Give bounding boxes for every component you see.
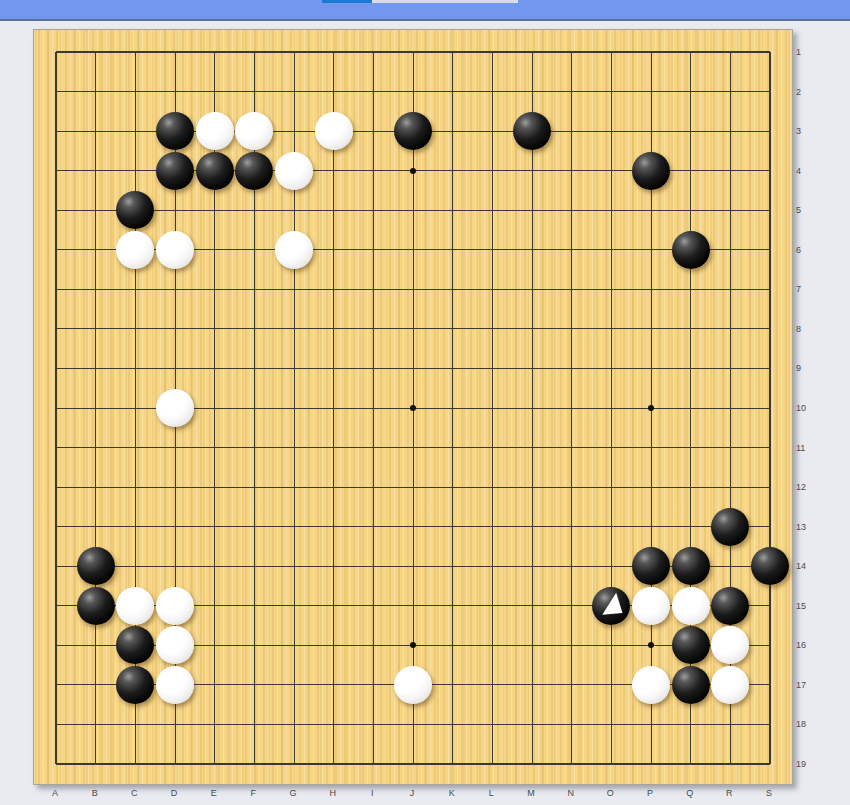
row-label-11: 11 <box>796 443 816 453</box>
stone-white-C6 <box>116 231 154 269</box>
stone-black-D4 <box>156 152 194 190</box>
stone-black-R13 <box>711 508 749 546</box>
grid-hline-18 <box>56 724 770 725</box>
stone-white-Q15 <box>672 587 710 625</box>
stone-black-R15 <box>711 587 749 625</box>
row-label-13: 13 <box>796 522 816 532</box>
col-label-P: P <box>640 788 660 798</box>
stone-white-R17 <box>711 666 749 704</box>
col-label-I: I <box>362 788 382 798</box>
row-label-4: 4 <box>796 166 816 176</box>
col-label-D: D <box>164 788 184 798</box>
stone-black-Q17 <box>672 666 710 704</box>
stone-white-D10 <box>156 389 194 427</box>
grid-hline-12 <box>56 487 770 488</box>
grid-hline-13 <box>56 526 770 527</box>
stone-white-G6 <box>275 231 313 269</box>
col-label-F: F <box>243 788 263 798</box>
stone-black-F4 <box>235 152 273 190</box>
stone-black-B14 <box>77 547 115 585</box>
stone-white-E3 <box>196 112 234 150</box>
row-label-5: 5 <box>796 205 816 215</box>
grid-hline-11 <box>56 447 770 448</box>
col-label-H: H <box>323 788 343 798</box>
col-label-M: M <box>521 788 541 798</box>
col-label-N: N <box>561 788 581 798</box>
grid-vline-L <box>492 52 493 764</box>
grid-vline-N <box>571 52 572 764</box>
stone-white-C15 <box>116 587 154 625</box>
stone-black-B15 <box>77 587 115 625</box>
col-label-Q: Q <box>680 788 700 798</box>
grid-hline-19 <box>56 763 770 765</box>
tab-strip[interactable] <box>372 0 518 3</box>
row-label-1: 1 <box>796 47 816 57</box>
grid-vline-S <box>769 52 771 764</box>
row-label-18: 18 <box>796 719 816 729</box>
row-label-10: 10 <box>796 403 816 413</box>
col-label-B: B <box>85 788 105 798</box>
stone-white-D17 <box>156 666 194 704</box>
row-label-12: 12 <box>796 482 816 492</box>
active-tab-indicator[interactable] <box>322 0 372 3</box>
row-label-15: 15 <box>796 601 816 611</box>
row-label-3: 3 <box>796 126 816 136</box>
row-label-6: 6 <box>796 245 816 255</box>
row-label-16: 16 <box>796 640 816 650</box>
grid-vline-K <box>452 52 453 764</box>
stone-white-J17 <box>394 666 432 704</box>
stone-black-C5 <box>116 191 154 229</box>
row-label-2: 2 <box>796 87 816 97</box>
star-point-J10 <box>410 405 416 411</box>
stone-white-H3 <box>315 112 353 150</box>
stone-black-Q16 <box>672 626 710 664</box>
star-point-P10 <box>648 405 654 411</box>
stone-black-Q14 <box>672 547 710 585</box>
col-label-G: G <box>283 788 303 798</box>
stone-black-P14 <box>632 547 670 585</box>
stone-black-C17 <box>116 666 154 704</box>
row-label-9: 9 <box>796 363 816 373</box>
stone-black-P4 <box>632 152 670 190</box>
col-label-C: C <box>124 788 144 798</box>
col-label-K: K <box>442 788 462 798</box>
grid-vline-O <box>611 52 612 764</box>
stone-black-M3 <box>513 112 551 150</box>
stone-white-D16 <box>156 626 194 664</box>
row-label-19: 19 <box>796 759 816 769</box>
col-label-A: A <box>45 788 65 798</box>
browser-top-bar <box>0 0 850 21</box>
stone-white-D15 <box>156 587 194 625</box>
col-label-S: S <box>759 788 779 798</box>
star-point-J4 <box>410 168 416 174</box>
col-label-O: O <box>600 788 620 798</box>
star-point-P16 <box>648 642 654 648</box>
stone-white-D6 <box>156 231 194 269</box>
stone-black-Q6 <box>672 231 710 269</box>
stone-black-S14 <box>751 547 789 585</box>
col-label-J: J <box>402 788 422 798</box>
stone-black-D3 <box>156 112 194 150</box>
col-label-E: E <box>204 788 224 798</box>
grid-vline-M <box>532 52 533 764</box>
stone-white-P15 <box>632 587 670 625</box>
star-point-J16 <box>410 642 416 648</box>
stone-white-G4 <box>275 152 313 190</box>
stone-black-C16 <box>116 626 154 664</box>
row-label-8: 8 <box>796 324 816 334</box>
row-label-17: 17 <box>796 680 816 690</box>
col-label-L: L <box>481 788 501 798</box>
col-label-R: R <box>719 788 739 798</box>
stone-black-J3 <box>394 112 432 150</box>
stone-white-P17 <box>632 666 670 704</box>
go-board-area: ABCDEFGHIJKLMNOPQRS123456789101112131415… <box>33 29 791 783</box>
row-label-14: 14 <box>796 561 816 571</box>
stone-black-E4 <box>196 152 234 190</box>
stone-white-R16 <box>711 626 749 664</box>
row-label-7: 7 <box>796 284 816 294</box>
stone-white-F3 <box>235 112 273 150</box>
go-board[interactable] <box>33 29 793 785</box>
